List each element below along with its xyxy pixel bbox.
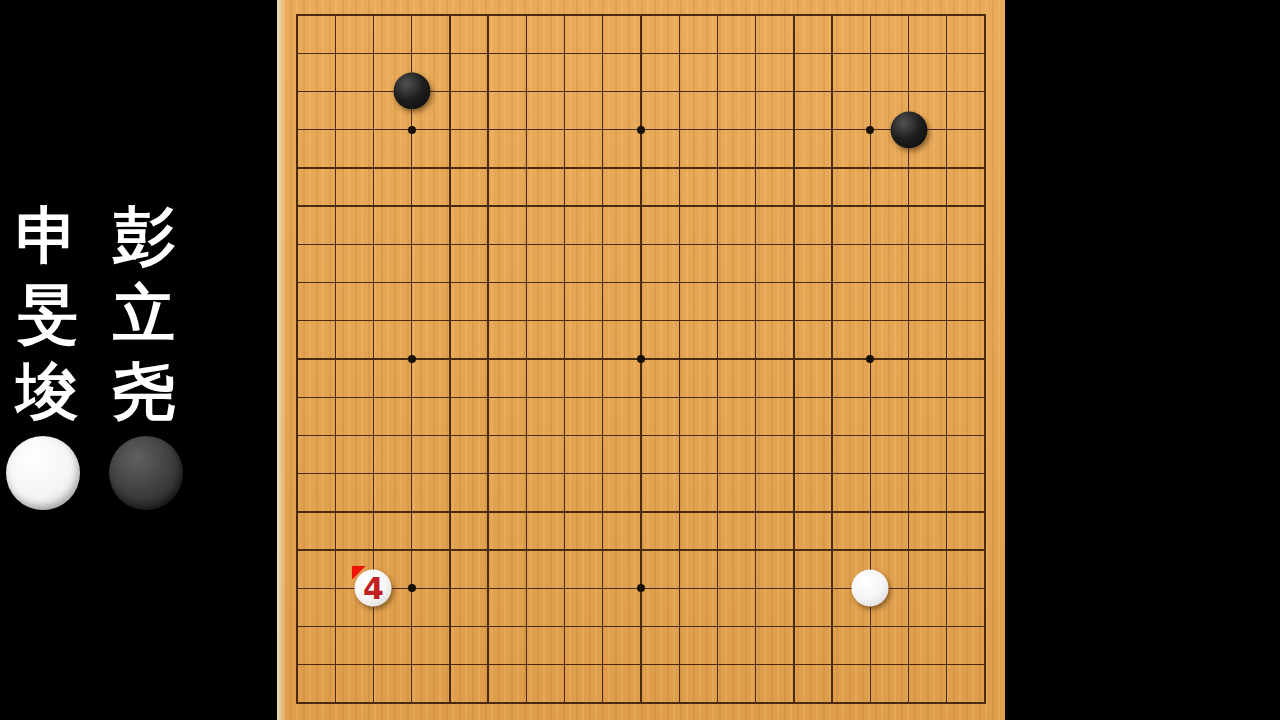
hoshi-point — [408, 584, 416, 592]
black-stone-icon — [109, 436, 183, 510]
grid-line-horizontal — [296, 702, 986, 704]
move-number-label: 4 — [355, 570, 392, 607]
grid-line-horizontal — [296, 626, 986, 627]
stone-white-c4: 4 — [355, 570, 392, 607]
hoshi-point — [866, 126, 874, 134]
event-panel: 围甲第十二轮 — [1005, 0, 1280, 720]
go-board: 4 — [277, 0, 1005, 720]
board-edge-highlight — [277, 0, 286, 720]
white-stone-icon — [6, 436, 80, 510]
grid-line-horizontal — [296, 511, 986, 512]
hoshi-point — [637, 584, 645, 592]
hoshi-point — [637, 126, 645, 134]
stone-black-r16 — [890, 111, 927, 148]
grid-line-horizontal — [296, 549, 986, 550]
grid-line-horizontal — [296, 435, 986, 436]
grid-line-horizontal — [296, 664, 986, 665]
broadcast-frame: 申旻埈 彭立尧 4 围甲第十二轮 — [0, 0, 1280, 720]
hoshi-point — [866, 355, 874, 363]
grid-line-horizontal — [296, 397, 986, 398]
players-panel: 申旻埈 彭立尧 — [0, 0, 277, 720]
grid-line-vertical — [793, 14, 794, 704]
hoshi-point — [408, 355, 416, 363]
player-black-name: 彭立尧 — [110, 197, 178, 431]
grid-line-vertical — [831, 14, 832, 704]
hoshi-point — [637, 355, 645, 363]
stone-white-q4 — [852, 570, 889, 607]
grid-line-vertical — [946, 14, 947, 704]
grid-line-horizontal — [296, 473, 986, 474]
stone-black-d17 — [393, 73, 430, 110]
grid-line-vertical — [717, 14, 718, 704]
grid-line-vertical — [984, 14, 986, 704]
grid-line-vertical — [679, 14, 680, 704]
player-white-name: 申旻埈 — [13, 197, 81, 431]
hoshi-point — [408, 126, 416, 134]
grid-line-vertical — [755, 14, 756, 704]
